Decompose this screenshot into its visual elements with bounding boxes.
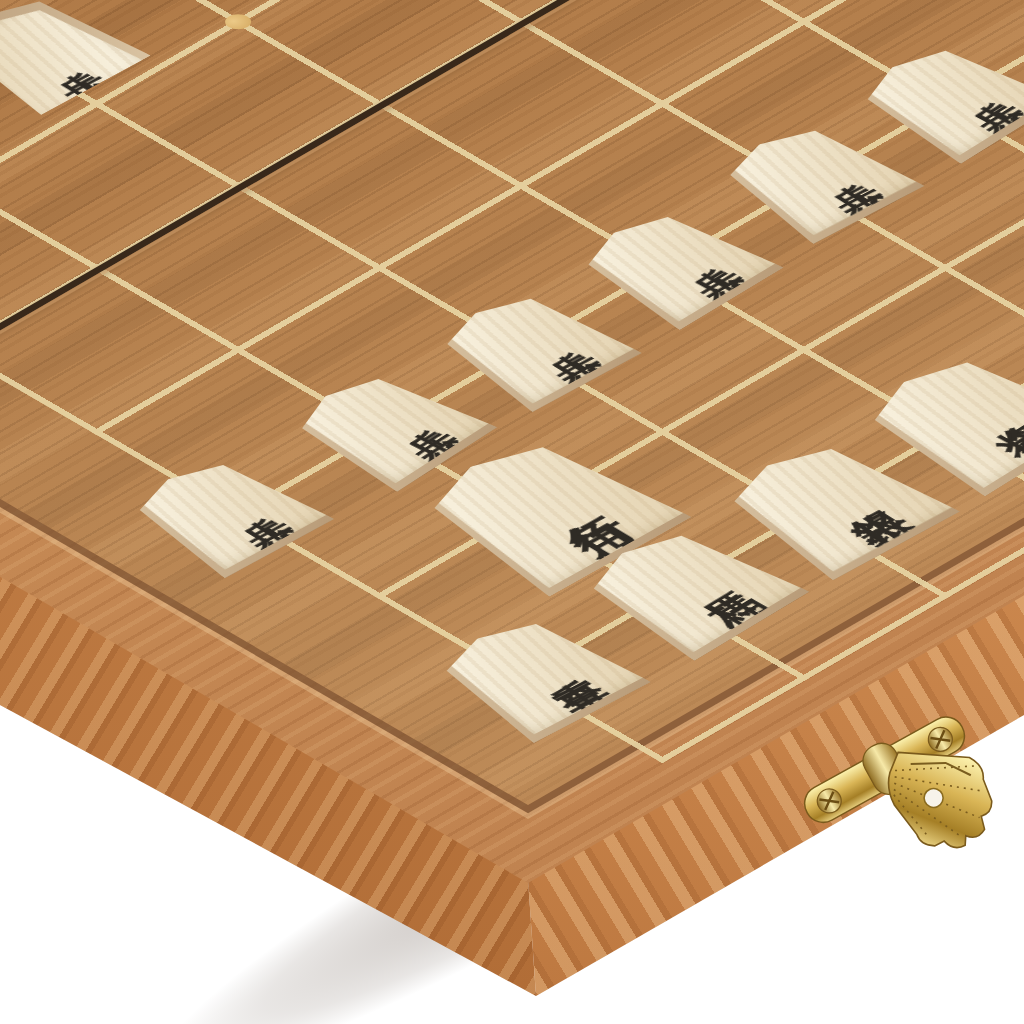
- piece-kanji: 歩兵: [934, 81, 968, 102]
- piece-kanji: 歩兵: [22, 49, 59, 69]
- piece-kanji: 歩兵: [205, 495, 242, 515]
- piece-kanji: 桂馬: [667, 570, 705, 593]
- brass-clasp[interactable]: [788, 692, 1024, 862]
- piece-kanji: 歩兵: [513, 329, 550, 349]
- piece-kanji: 歩兵: [796, 161, 833, 180]
- piece-kanji: 銀将: [811, 486, 852, 508]
- piece-kanji: 金将: [955, 400, 993, 424]
- piece-kanji: 歩兵: [655, 247, 690, 268]
- piece-kanji: 歩兵: [368, 408, 401, 430]
- piece-kanji: 角行: [523, 491, 568, 516]
- shogi-photo-stage: 歩兵 歩兵 歩兵 歩兵 歩兵 歩兵 歩兵 角行 金将 銀将 桂馬: [0, 0, 1024, 1024]
- piece-kanji: 香車: [516, 657, 555, 677]
